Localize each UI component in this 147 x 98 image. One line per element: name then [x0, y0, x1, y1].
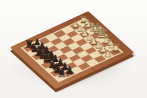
black-rook-icon: ♜: [56, 67, 67, 80]
board-grid: ♜♞♝♛♚♝♞♜♟♟♟♟♟♟♟♟♟♟♟♟♟♟♟♟♜♞♝♛♚♝♞♜: [23, 19, 122, 81]
board-frame: ♜♞♝♛♚♝♞♜♟♟♟♟♟♟♟♟♟♟♟♟♟♟♟♟♜♞♝♛♚♝♞♜: [10, 11, 134, 89]
chess-set-photo: ♜♞♝♛♚♝♞♜♟♟♟♟♟♟♟♟♟♟♟♟♟♟♟♟♜♞♝♛♚♝♞♜: [0, 0, 147, 98]
white-pawn-icon: ♟: [104, 48, 113, 58]
chess-board: ♜♞♝♛♚♝♞♜♟♟♟♟♟♟♟♟♟♟♟♟♟♟♟♟♜♞♝♛♚♝♞♜: [28, 6, 116, 94]
square-a8: ♜: [55, 73, 67, 81]
